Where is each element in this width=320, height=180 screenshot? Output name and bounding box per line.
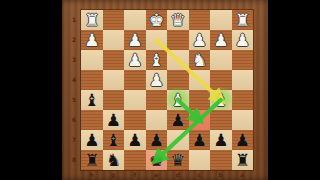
- file-label-e: e: [146, 170, 168, 180]
- square-d2[interactable]: [167, 30, 189, 50]
- square-f3[interactable]: ♟: [124, 50, 146, 70]
- square-g8[interactable]: ♞: [103, 150, 125, 170]
- square-c4[interactable]: [189, 70, 211, 90]
- square-f4[interactable]: [124, 70, 146, 90]
- square-e4[interactable]: ♟: [146, 70, 168, 90]
- square-e2[interactable]: [146, 30, 168, 50]
- square-e1[interactable]: ♚: [146, 10, 168, 30]
- square-a4[interactable]: [232, 70, 254, 90]
- white-rook-h1: ♜: [81, 10, 103, 30]
- rank-label-8: 8: [69, 156, 79, 164]
- rank-label-7: 7: [69, 136, 79, 144]
- square-h5[interactable]: ♝: [81, 90, 103, 110]
- black-pawn-b7: ♟: [210, 130, 232, 150]
- black-pawn-d6: ♟: [167, 110, 189, 130]
- file-label-c: c: [189, 170, 211, 180]
- white-bishop-e3: ♝: [146, 50, 168, 70]
- square-b6[interactable]: [210, 110, 232, 130]
- white-rook-a1: ♜: [232, 10, 254, 30]
- square-e3[interactable]: ♝: [146, 50, 168, 70]
- black-king-e8: ♚: [146, 150, 168, 170]
- square-h7[interactable]: ♟: [81, 130, 103, 150]
- square-g6[interactable]: ♟: [103, 110, 125, 130]
- black-rook-a8: ♜: [232, 150, 254, 170]
- square-e7[interactable]: ♟: [146, 130, 168, 150]
- square-h8[interactable]: ♜: [81, 150, 103, 170]
- square-g5[interactable]: [103, 90, 125, 110]
- white-pawn-b2: ♟: [210, 30, 232, 50]
- square-d8[interactable]: ♛: [167, 150, 189, 170]
- letterbox-right: [268, 0, 320, 180]
- square-c6[interactable]: [189, 110, 211, 130]
- square-f5[interactable]: [124, 90, 146, 110]
- square-a1[interactable]: ♜: [232, 10, 254, 30]
- letterbox-left: [0, 0, 62, 180]
- square-a2[interactable]: ♟: [232, 30, 254, 50]
- file-label-g: g: [103, 170, 125, 180]
- black-bishop-g7: ♝: [103, 130, 125, 150]
- square-d3[interactable]: [167, 50, 189, 70]
- board-grid: ♜♚♛♜♟♟♟♟♟♟♝♞♟♝♝♝♟♟♟♝♟♟♟♟♟♜♞♚♛♜: [81, 10, 253, 170]
- square-c3[interactable]: ♞: [189, 50, 211, 70]
- white-king-e1: ♚: [146, 10, 168, 30]
- black-pawn-g6: ♟: [103, 110, 125, 130]
- square-c8[interactable]: [189, 150, 211, 170]
- square-a3[interactable]: [232, 50, 254, 70]
- square-d6[interactable]: ♟: [167, 110, 189, 130]
- white-pawn-f2: ♟: [124, 30, 146, 50]
- black-rook-h8: ♜: [81, 150, 103, 170]
- file-label-b: b: [210, 170, 232, 180]
- white-pawn-f3: ♟: [124, 50, 146, 70]
- square-a5[interactable]: [232, 90, 254, 110]
- black-pawn-h7: ♟: [81, 130, 103, 150]
- black-pawn-a7: ♟: [232, 130, 254, 150]
- square-d5[interactable]: ♝: [167, 90, 189, 110]
- white-queen-d1: ♛: [167, 10, 189, 30]
- file-label-d: d: [167, 170, 189, 180]
- chess-board-frame: ♜♚♛♜♟♟♟♟♟♟♝♞♟♝♝♝♟♟♟♝♟♟♟♟♟♜♞♚♛♜ 12345678 …: [62, 0, 268, 180]
- white-pawn-a2: ♟: [232, 30, 254, 50]
- square-b7[interactable]: ♟: [210, 130, 232, 150]
- square-h1[interactable]: ♜: [81, 10, 103, 30]
- white-pawn-e4: ♟: [146, 70, 168, 90]
- square-f1[interactable]: [124, 10, 146, 30]
- square-b1[interactable]: [210, 10, 232, 30]
- square-e5[interactable]: [146, 90, 168, 110]
- square-f2[interactable]: ♟: [124, 30, 146, 50]
- square-b5[interactable]: ♝: [210, 90, 232, 110]
- white-knight-c3: ♞: [189, 50, 211, 70]
- rank-label-5: 5: [69, 96, 79, 104]
- rank-label-4: 4: [69, 76, 79, 84]
- square-c7[interactable]: ♟: [189, 130, 211, 150]
- rank-label-3: 3: [69, 56, 79, 64]
- square-a8[interactable]: ♜: [232, 150, 254, 170]
- square-g4[interactable]: [103, 70, 125, 90]
- square-g2[interactable]: [103, 30, 125, 50]
- rank-label-1: 1: [69, 16, 79, 24]
- black-bishop-h5: ♝: [81, 90, 103, 110]
- square-d4[interactable]: [167, 70, 189, 90]
- square-e6[interactable]: [146, 110, 168, 130]
- square-d7[interactable]: [167, 130, 189, 150]
- rank-label-2: 2: [69, 36, 79, 44]
- black-pawn-e7: ♟: [146, 130, 168, 150]
- square-g3[interactable]: [103, 50, 125, 70]
- black-pawn-c7: ♟: [189, 130, 211, 150]
- square-b2[interactable]: ♟: [210, 30, 232, 50]
- square-b8[interactable]: [210, 150, 232, 170]
- square-d1[interactable]: ♛: [167, 10, 189, 30]
- square-g1[interactable]: [103, 10, 125, 30]
- square-h3[interactable]: [81, 50, 103, 70]
- square-h2[interactable]: ♟: [81, 30, 103, 50]
- square-h6[interactable]: [81, 110, 103, 130]
- square-a7[interactable]: ♟: [232, 130, 254, 150]
- square-a6[interactable]: [232, 110, 254, 130]
- highlight-c6: [189, 110, 211, 130]
- square-b4[interactable]: [210, 70, 232, 90]
- square-c1[interactable]: [189, 10, 211, 30]
- thumbnail-stage: ♜♚♛♜♟♟♟♟♟♟♝♞♟♝♝♝♟♟♟♝♟♟♟♟♟♜♞♚♛♜ 12345678 …: [0, 0, 320, 180]
- square-g7[interactable]: ♝: [103, 130, 125, 150]
- white-pawn-h2: ♟: [81, 30, 103, 50]
- square-h4[interactable]: [81, 70, 103, 90]
- square-f6[interactable]: [124, 110, 146, 130]
- square-f8[interactable]: [124, 150, 146, 170]
- white-bishop-b5: ♝: [210, 90, 232, 110]
- file-label-h: h: [81, 170, 103, 180]
- black-pawn-f7: ♟: [124, 130, 146, 150]
- square-c2[interactable]: ♟: [189, 30, 211, 50]
- white-bishop-d5: ♝: [167, 90, 189, 110]
- square-e8[interactable]: ♚: [146, 150, 168, 170]
- black-knight-g8: ♞: [103, 150, 125, 170]
- square-f7[interactable]: ♟: [124, 130, 146, 150]
- black-queen-d8: ♛: [167, 150, 189, 170]
- file-label-a: a: [232, 170, 254, 180]
- white-pawn-c2: ♟: [189, 30, 211, 50]
- rank-label-6: 6: [69, 116, 79, 124]
- square-b3[interactable]: [210, 50, 232, 70]
- file-label-f: f: [124, 170, 146, 180]
- square-c5[interactable]: [189, 90, 211, 110]
